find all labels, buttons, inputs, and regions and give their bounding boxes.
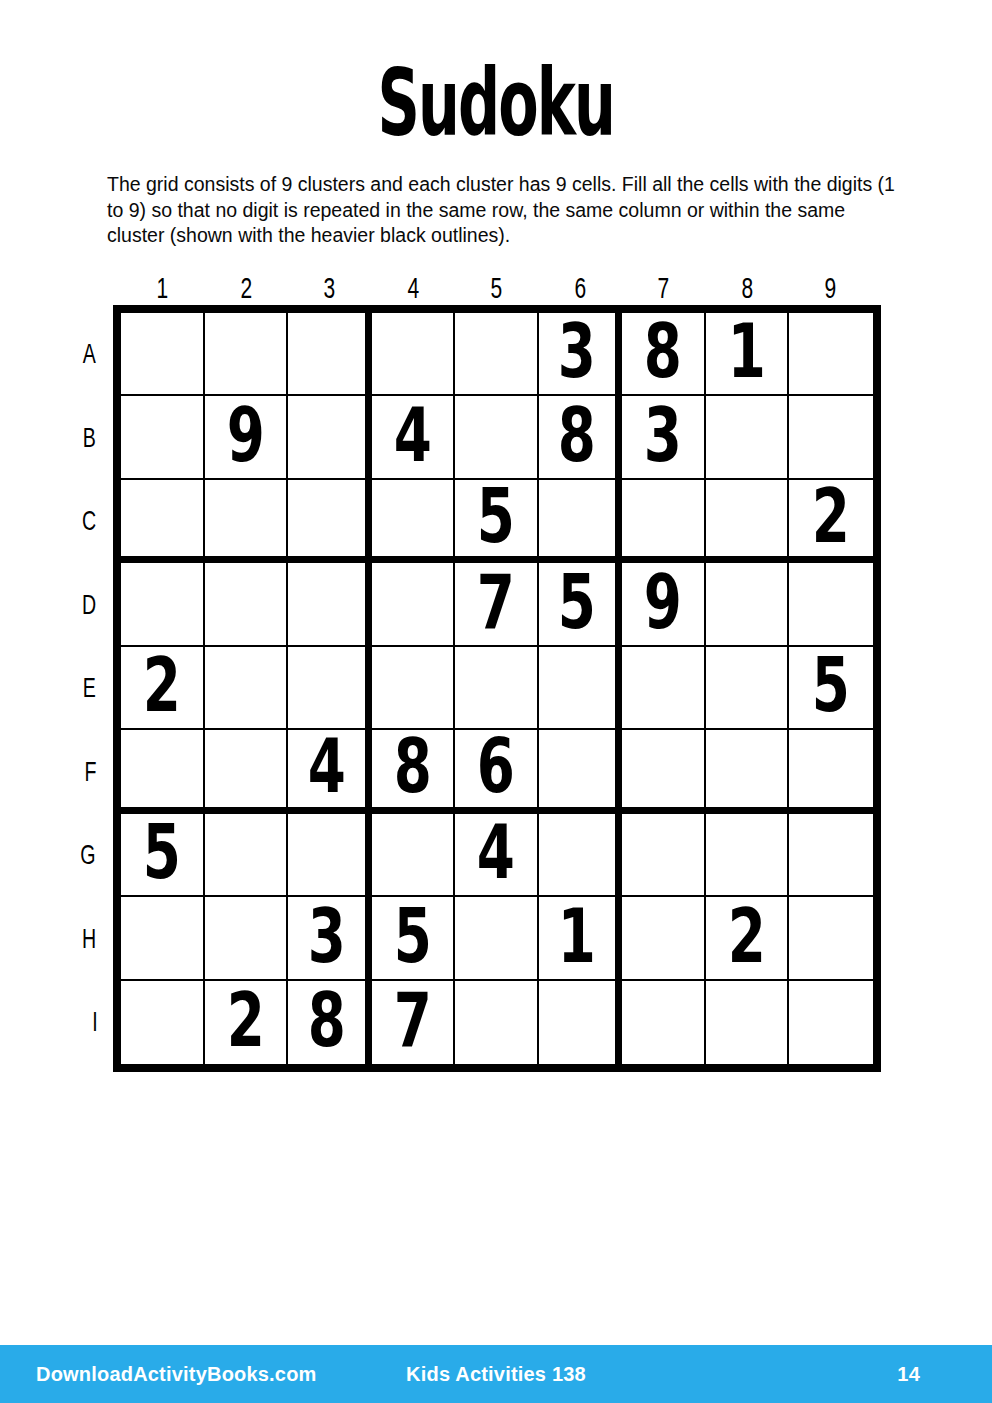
sudoku-board: 38194835275925486543512287 [113,305,881,1073]
cell-I5[interactable] [455,981,539,1065]
cell-G6[interactable] [539,814,623,898]
cell-I6[interactable] [539,981,623,1065]
cell-H3[interactable]: 3 [288,897,372,981]
cell-D4[interactable] [372,563,456,647]
cell-C1[interactable] [121,480,205,564]
cell-D2[interactable] [205,563,289,647]
given-digit: 2 [727,899,765,977]
cell-F7[interactable] [622,730,706,814]
cell-A9[interactable] [789,313,873,397]
given-digit: 2 [812,479,850,557]
column-label-1: 1 [121,273,205,306]
cell-C4[interactable] [372,480,456,564]
given-digit: 8 [558,398,596,476]
given-digit: 2 [226,983,264,1061]
cell-I4[interactable]: 7 [372,981,456,1065]
cell-D3[interactable] [288,563,372,647]
column-label-9: 9 [789,273,873,306]
footer-book-title: Kids Activities 138 [406,1363,586,1386]
cell-E1[interactable]: 2 [121,647,205,731]
cell-B2[interactable]: 9 [205,396,289,480]
given-digit: 4 [307,729,345,807]
row-label-B: B [69,396,113,480]
cell-F5[interactable]: 6 [455,730,539,814]
cell-C3[interactable] [288,480,372,564]
given-digit: 3 [644,398,682,476]
column-label-4: 4 [372,273,456,306]
cell-G8[interactable] [706,814,790,898]
cell-H7[interactable] [622,897,706,981]
cell-E5[interactable] [455,647,539,731]
cell-C6[interactable] [539,480,623,564]
row-label-G: G [69,814,113,898]
cell-D5[interactable]: 7 [455,563,539,647]
cell-E7[interactable] [622,647,706,731]
row-label-D: D [69,563,113,647]
row-labels: ABCDEFGHI [69,305,113,1073]
cell-G3[interactable] [288,814,372,898]
page-title-text: Sudoku [378,56,614,153]
worksheet-page: Sudoku The grid consists of 9 clusters a… [0,0,992,1403]
cell-F3[interactable]: 4 [288,730,372,814]
cell-H6[interactable]: 1 [539,897,623,981]
cell-G1[interactable]: 5 [121,814,205,898]
cell-A7[interactable]: 8 [622,313,706,397]
cell-H1[interactable] [121,897,205,981]
cell-B7[interactable]: 3 [622,396,706,480]
cell-H4[interactable]: 5 [372,897,456,981]
cell-A2[interactable] [205,313,289,397]
given-digit: 5 [143,815,181,893]
cell-A3[interactable] [288,313,372,397]
cell-B3[interactable] [288,396,372,480]
cell-F1[interactable] [121,730,205,814]
given-digit: 5 [393,899,431,977]
cell-G4[interactable] [372,814,456,898]
cell-G5[interactable]: 4 [455,814,539,898]
given-digit: 8 [644,314,682,392]
cell-A6[interactable]: 3 [539,313,623,397]
column-labels: 123456789 [121,273,992,305]
cell-H8[interactable]: 2 [706,897,790,981]
given-digit: 6 [477,729,515,807]
cell-I3[interactable]: 8 [288,981,372,1065]
cell-C8[interactable] [706,480,790,564]
cell-G7[interactable] [622,814,706,898]
cell-A1[interactable] [121,313,205,397]
cell-F8[interactable] [706,730,790,814]
given-digit: 1 [558,899,596,977]
cell-F6[interactable] [539,730,623,814]
given-digit: 8 [307,983,345,1061]
row-label-C: C [69,480,113,564]
column-label-2: 2 [205,273,289,306]
cell-G9[interactable] [789,814,873,898]
cell-E8[interactable] [706,647,790,731]
board-area: 123456789 ABCDEFGHI 38194835275925486543… [0,273,992,1073]
cell-D6[interactable]: 5 [539,563,623,647]
cell-H2[interactable] [205,897,289,981]
column-label-3: 3 [288,273,372,306]
cell-I1[interactable] [121,981,205,1065]
cell-A8[interactable]: 1 [706,313,790,397]
footer-website: DownloadActivityBooks.com [36,1363,317,1386]
cell-A4[interactable] [372,313,456,397]
cell-G2[interactable] [205,814,289,898]
row-label-E: E [69,647,113,731]
cell-H9[interactable] [789,897,873,981]
cell-F2[interactable] [205,730,289,814]
row-label-F: F [69,730,113,814]
cell-D9[interactable] [789,563,873,647]
cell-B5[interactable] [455,396,539,480]
cell-I2[interactable]: 2 [205,981,289,1065]
cell-D8[interactable] [706,563,790,647]
cell-C5[interactable]: 5 [455,480,539,564]
cell-I8[interactable] [706,981,790,1065]
cell-E2[interactable] [205,647,289,731]
column-label-6: 6 [539,273,623,306]
row-label-I: I [69,981,113,1065]
cell-E3[interactable] [288,647,372,731]
instructions-text: The grid consists of 9 clusters and each… [107,172,899,249]
given-digit: 5 [558,565,596,643]
given-digit: 3 [307,899,345,977]
given-digit: 3 [558,314,596,392]
given-digit: 9 [644,565,682,643]
column-label-5: 5 [455,273,539,306]
given-digit: 7 [477,565,515,643]
column-label-7: 7 [622,273,706,306]
given-digit: 2 [143,648,181,726]
cell-B4[interactable]: 4 [372,396,456,480]
cell-I9[interactable] [789,981,873,1065]
given-digit: 8 [393,729,431,807]
given-digit: 4 [393,398,431,476]
given-digit: 9 [226,398,264,476]
cell-C7[interactable] [622,480,706,564]
page-title: Sudoku [0,0,992,168]
given-digit: 1 [727,314,765,392]
given-digit: 5 [812,648,850,726]
footer-bar: DownloadActivityBooks.com Kids Activitie… [0,1345,992,1403]
cell-E6[interactable] [539,647,623,731]
cell-F4[interactable]: 8 [372,730,456,814]
given-digit: 4 [477,815,515,893]
cell-D1[interactable] [121,563,205,647]
row-label-A: A [69,313,113,397]
cell-H5[interactable] [455,897,539,981]
cell-I7[interactable] [622,981,706,1065]
given-digit: 5 [477,479,515,557]
cell-E4[interactable] [372,647,456,731]
given-digit: 7 [393,983,431,1061]
row-label-H: H [69,897,113,981]
cell-C2[interactable] [205,480,289,564]
cell-B8[interactable] [706,396,790,480]
cell-B9[interactable] [789,396,873,480]
footer-page-number: 14 [897,1363,920,1386]
cell-C9[interactable]: 2 [789,480,873,564]
cell-B1[interactable] [121,396,205,480]
cell-B6[interactable]: 8 [539,396,623,480]
cell-D7[interactable]: 9 [622,563,706,647]
cell-A5[interactable] [455,313,539,397]
column-label-8: 8 [706,273,790,306]
cell-E9[interactable]: 5 [789,647,873,731]
cell-F9[interactable] [789,730,873,814]
